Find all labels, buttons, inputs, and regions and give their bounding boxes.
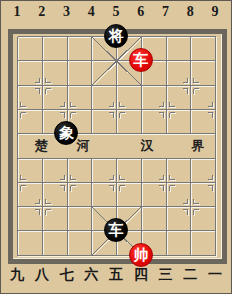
piece-glyph: 车 [133, 49, 148, 71]
piece-black-elephant[interactable]: 象 [54, 121, 78, 145]
file-label-top: 6 [128, 4, 153, 20]
piece-glyph: 将 [108, 25, 123, 47]
file-label-bottom: 一 [203, 267, 228, 283]
board: 将车象车帅 [5, 24, 228, 267]
file-label-bottom: 二 [178, 267, 203, 283]
file-labels-bottom: 九八七六五四三二一 [5, 267, 228, 283]
xiangqi-board-panel: 123456789 楚河汉界 将车象车帅 九八七六五四三二一 [0, 0, 232, 294]
file-label-top: 4 [79, 4, 104, 20]
file-label-bottom: 六 [79, 267, 104, 283]
piece-glyph: 帅 [133, 244, 148, 266]
file-label-top: 3 [54, 4, 79, 20]
piece-glyph: 象 [59, 122, 74, 144]
file-label-top: 5 [104, 4, 129, 20]
file-labels-top: 123456789 [5, 4, 228, 20]
file-label-top: 9 [203, 4, 228, 20]
file-label-bottom: 七 [54, 267, 79, 283]
file-label-bottom: 五 [104, 267, 129, 283]
piece-red-chariot[interactable]: 车 [129, 48, 153, 72]
file-label-bottom: 四 [128, 267, 153, 283]
piece-red-general[interactable]: 帅 [129, 243, 153, 267]
piece-black-general[interactable]: 将 [104, 24, 128, 48]
file-label-top: 8 [178, 4, 203, 20]
file-label-top: 1 [5, 4, 30, 20]
file-label-bottom: 九 [5, 267, 30, 283]
piece-glyph: 车 [108, 219, 123, 241]
file-label-top: 7 [153, 4, 178, 20]
file-label-bottom: 三 [153, 267, 178, 283]
piece-black-chariot[interactable]: 车 [104, 218, 128, 242]
file-label-bottom: 八 [29, 267, 54, 283]
file-label-top: 2 [29, 4, 54, 20]
